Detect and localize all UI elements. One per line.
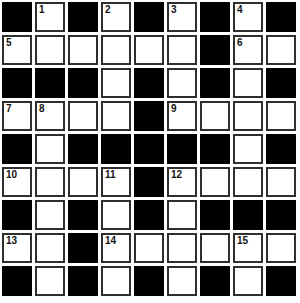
entry-cell-r2c7[interactable]	[233, 68, 263, 98]
blocked-cell-r8c0	[2, 266, 32, 296]
blocked-cell-r2c6	[200, 68, 230, 98]
entry-cell-r7c8[interactable]	[266, 233, 296, 263]
blocked-cell-r4c5	[167, 134, 197, 164]
entry-cell-r7c1[interactable]	[35, 233, 65, 263]
blocked-cell-r8c6	[200, 266, 230, 296]
entry-cell-r1c4[interactable]	[134, 35, 164, 65]
clue-number: 3	[171, 4, 177, 16]
entry-cell-r0c1[interactable]: 1	[35, 2, 65, 32]
entry-cell-r7c3[interactable]: 14	[101, 233, 131, 263]
blocked-cell-r2c0	[2, 68, 32, 98]
entry-cell-r3c6[interactable]	[200, 101, 230, 131]
clue-number: 9	[171, 103, 177, 115]
blocked-cell-r0c2	[68, 2, 98, 32]
entry-cell-r5c0[interactable]: 10	[2, 167, 32, 197]
blocked-cell-r6c0	[2, 200, 32, 230]
blocked-cell-r8c2	[68, 266, 98, 296]
entry-cell-r5c8[interactable]	[266, 167, 296, 197]
entry-cell-r3c0[interactable]: 7	[2, 101, 32, 131]
entry-cell-r5c6[interactable]	[200, 167, 230, 197]
blocked-cell-r2c1	[35, 68, 65, 98]
entry-cell-r1c0[interactable]: 5	[2, 35, 32, 65]
blocked-cell-r6c7	[233, 200, 263, 230]
entry-cell-r8c1[interactable]	[35, 266, 65, 296]
entry-cell-r2c5[interactable]	[167, 68, 197, 98]
entry-cell-r7c5[interactable]	[167, 233, 197, 263]
blocked-cell-r4c6	[200, 134, 230, 164]
blocked-cell-r0c4	[134, 2, 164, 32]
clue-number: 15	[237, 235, 248, 247]
clue-number: 5	[6, 37, 12, 49]
blocked-cell-r7c2	[68, 233, 98, 263]
entry-cell-r8c3[interactable]	[101, 266, 131, 296]
entry-cell-r3c5[interactable]: 9	[167, 101, 197, 131]
entry-cell-r2c3[interactable]	[101, 68, 131, 98]
clue-number: 11	[105, 169, 116, 181]
clue-number: 12	[171, 169, 182, 181]
blocked-cell-r0c0	[2, 2, 32, 32]
blocked-cell-r6c2	[68, 200, 98, 230]
entry-cell-r3c8[interactable]	[266, 101, 296, 131]
blocked-cell-r0c6	[200, 2, 230, 32]
entry-cell-r5c3[interactable]: 11	[101, 167, 131, 197]
entry-cell-r0c7[interactable]: 4	[233, 2, 263, 32]
clue-number: 7	[6, 103, 12, 115]
entry-cell-r0c3[interactable]: 2	[101, 2, 131, 32]
blocked-cell-r2c8	[266, 68, 296, 98]
crossword-grid: 123456789101112131415	[0, 0, 296, 296]
entry-cell-r6c1[interactable]	[35, 200, 65, 230]
blocked-cell-r3c4	[134, 101, 164, 131]
blocked-cell-r4c0	[2, 134, 32, 164]
entry-cell-r6c5[interactable]	[167, 200, 197, 230]
blocked-cell-r5c4	[134, 167, 164, 197]
entry-cell-r1c7[interactable]: 6	[233, 35, 263, 65]
blocked-cell-r6c8	[266, 200, 296, 230]
blocked-cell-r2c4	[134, 68, 164, 98]
blocked-cell-r6c4	[134, 200, 164, 230]
entry-cell-r3c3[interactable]	[101, 101, 131, 131]
blocked-cell-r4c4	[134, 134, 164, 164]
blocked-cell-r1c6	[200, 35, 230, 65]
entry-cell-r1c2[interactable]	[68, 35, 98, 65]
clue-number: 13	[6, 235, 17, 247]
entry-cell-r7c0[interactable]: 13	[2, 233, 32, 263]
entry-cell-r1c8[interactable]	[266, 35, 296, 65]
blocked-cell-r6c6	[200, 200, 230, 230]
clue-number: 4	[237, 4, 243, 16]
blocked-cell-r4c8	[266, 134, 296, 164]
clue-number: 8	[39, 103, 45, 115]
entry-cell-r5c2[interactable]	[68, 167, 98, 197]
blocked-cell-r8c8	[266, 266, 296, 296]
blocked-cell-r0c8	[266, 2, 296, 32]
entry-cell-r7c4[interactable]	[134, 233, 164, 263]
entry-cell-r7c7[interactable]: 15	[233, 233, 263, 263]
entry-cell-r6c3[interactable]	[101, 200, 131, 230]
blocked-cell-r4c2	[68, 134, 98, 164]
entry-cell-r5c7[interactable]	[233, 167, 263, 197]
entry-cell-r0c5[interactable]: 3	[167, 2, 197, 32]
entry-cell-r4c1[interactable]	[35, 134, 65, 164]
clue-number: 1	[39, 4, 45, 16]
entry-cell-r3c7[interactable]	[233, 101, 263, 131]
entry-cell-r1c5[interactable]	[167, 35, 197, 65]
entry-cell-r5c5[interactable]: 12	[167, 167, 197, 197]
entry-cell-r8c5[interactable]	[167, 266, 197, 296]
entry-cell-r1c3[interactable]	[101, 35, 131, 65]
entry-cell-r3c2[interactable]	[68, 101, 98, 131]
blocked-cell-r4c3	[101, 134, 131, 164]
entry-cell-r8c7[interactable]	[233, 266, 263, 296]
clue-number: 2	[105, 4, 111, 16]
entry-cell-r4c7[interactable]	[233, 134, 263, 164]
clue-number: 10	[6, 169, 17, 181]
entry-cell-r3c1[interactable]: 8	[35, 101, 65, 131]
entry-cell-r7c6[interactable]	[200, 233, 230, 263]
blocked-cell-r2c2	[68, 68, 98, 98]
entry-cell-r5c1[interactable]	[35, 167, 65, 197]
clue-number: 6	[237, 37, 243, 49]
blocked-cell-r8c4	[134, 266, 164, 296]
entry-cell-r1c1[interactable]	[35, 35, 65, 65]
clue-number: 14	[105, 235, 116, 247]
